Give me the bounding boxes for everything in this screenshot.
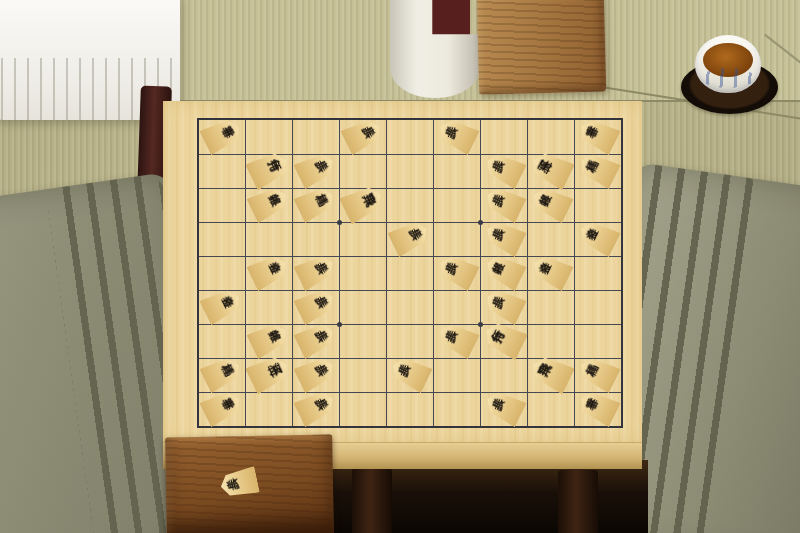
star-point <box>478 322 483 327</box>
grid-line-vertical <box>574 120 575 426</box>
grid-line-vertical <box>245 120 246 426</box>
grid-line-horizontal <box>199 324 621 325</box>
board-grid <box>197 118 623 428</box>
komadai-sente <box>165 435 334 533</box>
grid-line-horizontal <box>199 154 621 155</box>
star-point <box>478 220 483 225</box>
grid-line-vertical <box>480 120 481 426</box>
grid-line-horizontal <box>199 256 621 257</box>
grid-line-vertical <box>292 120 293 426</box>
star-point <box>337 220 342 225</box>
grid-line-horizontal <box>199 222 621 223</box>
star-point <box>337 322 342 327</box>
wood-grain <box>477 0 607 95</box>
grid-line-vertical <box>527 120 528 426</box>
grid-line-vertical <box>433 120 434 426</box>
grid-line-horizontal <box>199 392 621 393</box>
shogi-match-photo: 香車歩兵角行歩兵銀将桂馬飛車歩兵金将歩兵金将歩兵銀将歩兵桂馬王将歩兵香車歩兵歩兵… <box>0 0 800 533</box>
lacquer-box <box>428 0 470 40</box>
grid-line-horizontal <box>199 188 621 189</box>
grid-line-vertical <box>386 120 387 426</box>
teacup-blue-pattern <box>701 68 755 88</box>
grid-line-horizontal <box>199 358 621 359</box>
grid-line-horizontal <box>199 290 621 291</box>
table-leg <box>352 468 392 533</box>
grid-line-vertical <box>339 120 340 426</box>
komadai-gote <box>477 0 607 95</box>
table-leg <box>558 470 598 533</box>
wood-grain <box>165 435 334 533</box>
